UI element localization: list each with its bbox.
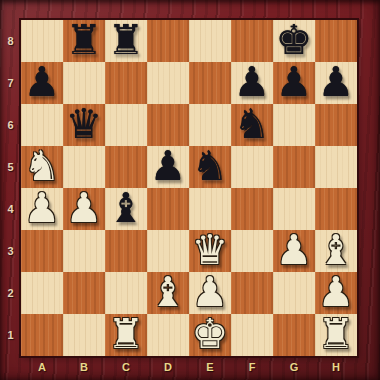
piece-black-rook[interactable]: ♜ — [108, 20, 145, 61]
square-g5[interactable] — [273, 146, 315, 188]
file-label-e: E — [189, 358, 231, 378]
square-g4[interactable] — [273, 188, 315, 230]
piece-black-knight[interactable]: ♞ — [192, 146, 229, 187]
piece-black-pawn[interactable]: ♟ — [318, 62, 355, 103]
square-e5[interactable]: ♞ — [189, 146, 231, 188]
square-a4[interactable]: ♟ — [21, 188, 63, 230]
piece-white-rook[interactable]: ♜ — [318, 314, 355, 355]
square-e7[interactable] — [189, 62, 231, 104]
piece-black-queen[interactable]: ♛ — [66, 104, 103, 145]
square-g1[interactable] — [273, 314, 315, 356]
square-h4[interactable] — [315, 188, 357, 230]
square-h8[interactable] — [315, 20, 357, 62]
chess-board: ♜♜♚♟♟♟♟♛♞♞♟♞♟♟♝♛♟♝♝♟♟♜♚♜ — [21, 20, 357, 356]
square-g2[interactable] — [273, 272, 315, 314]
square-b6[interactable]: ♛ — [63, 104, 105, 146]
square-c4[interactable]: ♝ — [105, 188, 147, 230]
square-g8[interactable]: ♚ — [273, 20, 315, 62]
piece-white-queen[interactable]: ♛ — [192, 230, 229, 271]
piece-white-pawn[interactable]: ♟ — [276, 230, 313, 271]
square-e4[interactable] — [189, 188, 231, 230]
file-label-b: B — [63, 358, 105, 378]
square-h6[interactable] — [315, 104, 357, 146]
square-d1[interactable] — [147, 314, 189, 356]
square-d2[interactable]: ♝ — [147, 272, 189, 314]
square-a1[interactable] — [21, 314, 63, 356]
piece-black-pawn[interactable]: ♟ — [24, 62, 61, 103]
piece-white-knight[interactable]: ♞ — [24, 146, 61, 187]
square-d8[interactable] — [147, 20, 189, 62]
square-e6[interactable] — [189, 104, 231, 146]
piece-black-pawn[interactable]: ♟ — [150, 146, 187, 187]
square-c2[interactable] — [105, 272, 147, 314]
square-b5[interactable] — [63, 146, 105, 188]
square-c1[interactable]: ♜ — [105, 314, 147, 356]
file-label-h: H — [315, 358, 357, 378]
square-d7[interactable] — [147, 62, 189, 104]
square-f6[interactable]: ♞ — [231, 104, 273, 146]
piece-white-rook[interactable]: ♜ — [108, 314, 145, 355]
square-g3[interactable]: ♟ — [273, 230, 315, 272]
square-f1[interactable] — [231, 314, 273, 356]
file-label-a: A — [21, 358, 63, 378]
rank-label-5: 5 — [0, 146, 21, 188]
square-d6[interactable] — [147, 104, 189, 146]
square-h7[interactable]: ♟ — [315, 62, 357, 104]
piece-white-pawn[interactable]: ♟ — [66, 188, 103, 229]
square-h2[interactable]: ♟ — [315, 272, 357, 314]
square-b4[interactable]: ♟ — [63, 188, 105, 230]
square-c3[interactable] — [105, 230, 147, 272]
piece-black-rook[interactable]: ♜ — [66, 20, 103, 61]
square-a5[interactable]: ♞ — [21, 146, 63, 188]
square-e8[interactable] — [189, 20, 231, 62]
square-a3[interactable] — [21, 230, 63, 272]
rank-label-6: 6 — [0, 104, 21, 146]
square-a8[interactable] — [21, 20, 63, 62]
square-b8[interactable]: ♜ — [63, 20, 105, 62]
rank-label-7: 7 — [0, 62, 21, 104]
piece-white-bishop[interactable]: ♝ — [150, 272, 187, 313]
square-h3[interactable]: ♝ — [315, 230, 357, 272]
piece-black-knight[interactable]: ♞ — [234, 104, 271, 145]
piece-white-king[interactable]: ♚ — [192, 314, 229, 355]
file-label-g: G — [273, 358, 315, 378]
piece-white-bishop[interactable]: ♝ — [318, 230, 355, 271]
square-c5[interactable] — [105, 146, 147, 188]
square-h5[interactable] — [315, 146, 357, 188]
rank-label-3: 3 — [0, 230, 21, 272]
rank-label-4: 4 — [0, 188, 21, 230]
square-b1[interactable] — [63, 314, 105, 356]
piece-black-pawn[interactable]: ♟ — [234, 62, 271, 103]
file-label-d: D — [147, 358, 189, 378]
square-d5[interactable]: ♟ — [147, 146, 189, 188]
square-f3[interactable] — [231, 230, 273, 272]
square-g6[interactable] — [273, 104, 315, 146]
piece-black-king[interactable]: ♚ — [276, 20, 313, 61]
square-f4[interactable] — [231, 188, 273, 230]
chess-board-frame: 87654321 ♜♜♚♟♟♟♟♛♞♞♟♞♟♟♝♛♟♝♝♟♟♜♚♜ ABCDEF… — [0, 0, 380, 380]
rank-label-8: 8 — [0, 20, 21, 62]
square-d4[interactable] — [147, 188, 189, 230]
rank-label-2: 2 — [0, 272, 21, 314]
square-b3[interactable] — [63, 230, 105, 272]
square-f5[interactable] — [231, 146, 273, 188]
piece-black-bishop[interactable]: ♝ — [108, 188, 145, 229]
square-f8[interactable] — [231, 20, 273, 62]
square-e2[interactable]: ♟ — [189, 272, 231, 314]
square-c6[interactable] — [105, 104, 147, 146]
piece-white-pawn[interactable]: ♟ — [318, 272, 355, 313]
square-d3[interactable] — [147, 230, 189, 272]
piece-white-pawn[interactable]: ♟ — [192, 272, 229, 313]
file-label-c: C — [105, 358, 147, 378]
square-a6[interactable] — [21, 104, 63, 146]
square-c7[interactable] — [105, 62, 147, 104]
square-b2[interactable] — [63, 272, 105, 314]
square-h1[interactable]: ♜ — [315, 314, 357, 356]
square-b7[interactable] — [63, 62, 105, 104]
square-f2[interactable] — [231, 272, 273, 314]
file-label-f: F — [231, 358, 273, 378]
square-a2[interactable] — [21, 272, 63, 314]
piece-black-pawn[interactable]: ♟ — [276, 62, 313, 103]
square-f7[interactable]: ♟ — [231, 62, 273, 104]
square-c8[interactable]: ♜ — [105, 20, 147, 62]
square-a7[interactable]: ♟ — [21, 62, 63, 104]
piece-white-pawn[interactable]: ♟ — [24, 188, 61, 229]
rank-label-1: 1 — [0, 314, 21, 356]
square-e1[interactable]: ♚ — [189, 314, 231, 356]
square-g7[interactable]: ♟ — [273, 62, 315, 104]
square-e3[interactable]: ♛ — [189, 230, 231, 272]
